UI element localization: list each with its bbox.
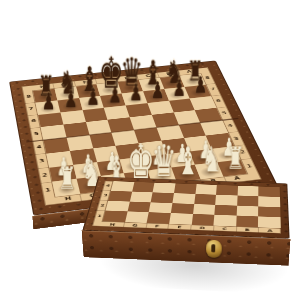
piece-black-pawn: ♟: [151, 78, 164, 101]
piece-white-bishop: ♝: [177, 142, 199, 180]
piece-white-queen: ♛: [152, 139, 177, 183]
box-square: [236, 205, 258, 216]
piece-black-pawn: ♟: [42, 90, 55, 113]
piece-white-knight: ♞: [202, 142, 222, 177]
folded-chess-box: HGFEDCBA 4321: [82, 177, 289, 239]
piece-black-pawn: ♟: [64, 87, 77, 110]
box-square: [194, 194, 216, 205]
box-top-checkerboard: [103, 181, 281, 228]
box-square: [171, 203, 194, 214]
box-square: [103, 211, 127, 222]
square-g5: [63, 122, 89, 137]
box-square: [191, 214, 214, 226]
square-h5: [41, 125, 67, 140]
box-square: [127, 201, 151, 212]
box-square: [172, 193, 195, 204]
piece-black-pawn: ♟: [130, 81, 143, 104]
box-square: [237, 186, 258, 196]
piece-black-pawn: ♟: [86, 85, 99, 108]
piece-white-rook: ♜: [226, 144, 244, 175]
piece-white-rook: ♜: [59, 163, 77, 195]
piece-black-pawn: ♟: [194, 74, 207, 97]
box-square: [130, 191, 153, 202]
box-square: [169, 213, 193, 225]
product-scene: HGFEDCBA HGFEDCBA 87654321 87654321 ♜♞♝♚…: [0, 0, 300, 300]
square-h1: ♜: [52, 179, 80, 197]
box-square: [215, 195, 237, 206]
square-a7: ♟: [185, 85, 211, 99]
piece-black-pawn: ♟: [172, 76, 185, 99]
piece-black-pawn: ♟: [108, 83, 121, 106]
brass-clasp: [206, 240, 222, 258]
